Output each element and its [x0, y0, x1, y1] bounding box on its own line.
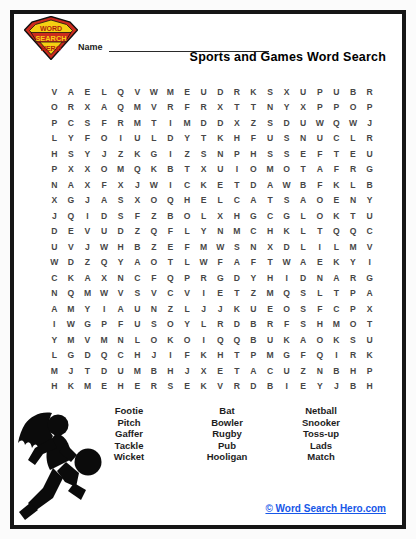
grid-cell: Z — [295, 363, 312, 379]
grid-cell: K — [146, 162, 163, 178]
grid-cell: K — [328, 177, 345, 193]
grid-cell: K — [63, 379, 80, 395]
grid-cell: Q — [328, 115, 345, 131]
grid-cell: K — [278, 332, 295, 348]
grid-cell: S — [79, 115, 96, 131]
grid-cell: W — [96, 239, 113, 255]
grid-cell: X — [79, 177, 96, 193]
grid-cell: G — [361, 162, 378, 178]
grid-cell: Y — [179, 317, 196, 333]
grid-cell: X — [212, 208, 229, 224]
grid-cell: F — [212, 255, 229, 271]
grid-cell: B — [245, 332, 262, 348]
grid-cell: O — [96, 162, 113, 178]
grid-cell: H — [112, 239, 129, 255]
grid-cell: G — [361, 270, 378, 286]
grid-cell: C — [262, 208, 279, 224]
grid-cell: L — [179, 255, 196, 271]
logo-text-search: SEARCH — [35, 34, 66, 43]
grid-cell: I — [96, 301, 113, 317]
grid-cell: I — [46, 317, 63, 333]
grid-cell: Q — [112, 100, 129, 116]
grid-cell: Z — [179, 146, 196, 162]
grid-cell: J — [328, 379, 345, 395]
grid-cell: S — [295, 301, 312, 317]
grid-cell: U — [245, 301, 262, 317]
grid-cell: A — [295, 332, 312, 348]
grid-cell: A — [96, 100, 113, 116]
grid-cell: Z — [79, 255, 96, 271]
grid-cell: M — [129, 363, 146, 379]
grid-cell: A — [112, 301, 129, 317]
grid-cell: J — [79, 193, 96, 209]
grid-cell: B — [146, 363, 163, 379]
grid-cell: G — [245, 208, 262, 224]
grid-cell: E — [179, 84, 196, 100]
grid-cell: I — [328, 348, 345, 364]
grid-cell: T — [146, 115, 163, 131]
grid-cell: A — [245, 193, 262, 209]
grid-cell: O — [96, 131, 113, 147]
grid-cell: T — [345, 208, 362, 224]
grid-cell: F — [162, 224, 179, 240]
grid-cell: P — [361, 100, 378, 116]
grid-cell: C — [179, 177, 196, 193]
grid-cell: E — [345, 146, 362, 162]
grid-cell: Q — [96, 348, 113, 364]
grid-cell: B — [262, 379, 279, 395]
grid-cell: O — [179, 208, 196, 224]
letter-grid: VAELQVWMEUDRKSXUPUBRORXAQMVRFRXTTNYXPPOP… — [46, 84, 378, 394]
grid-cell: V — [212, 379, 229, 395]
grid-cell: E — [96, 379, 113, 395]
grid-cell: M — [63, 332, 80, 348]
grid-cell: D — [96, 208, 113, 224]
grid-cell: J — [212, 301, 229, 317]
grid-cell: M — [46, 363, 63, 379]
grid-cell: W — [345, 115, 362, 131]
grid-cell: A — [295, 193, 312, 209]
grid-cell: Q — [63, 208, 80, 224]
grid-cell: C — [46, 270, 63, 286]
grid-cell: J — [146, 348, 163, 364]
grid-cell: P — [312, 84, 329, 100]
grid-cell: N — [312, 270, 329, 286]
grid-cell: O — [312, 208, 329, 224]
grid-cell: X — [278, 84, 295, 100]
grid-cell: S — [295, 317, 312, 333]
grid-cell: B — [345, 84, 362, 100]
grid-cell: Q — [328, 224, 345, 240]
grid-cell: G — [63, 193, 80, 209]
grid-cell: R — [195, 270, 212, 286]
grid-cell: U — [262, 131, 279, 147]
grid-cell: L — [46, 348, 63, 364]
grid-cell: H — [345, 363, 362, 379]
grid-cell: S — [278, 146, 295, 162]
grid-cell: C — [361, 224, 378, 240]
grid-cell: C — [328, 131, 345, 147]
grid-cell: U — [278, 363, 295, 379]
grid-cell: W — [278, 177, 295, 193]
grid-cell: F — [245, 131, 262, 147]
grid-cell: K — [63, 270, 80, 286]
grid-cell: D — [245, 379, 262, 395]
grid-cell: C — [328, 301, 345, 317]
grid-cell: S — [262, 146, 279, 162]
grid-cell: Q — [162, 193, 179, 209]
grid-cell: D — [63, 255, 80, 271]
grid-cell: U — [195, 84, 212, 100]
grid-cell: N — [262, 100, 279, 116]
grid-cell: Z — [245, 115, 262, 131]
grid-cell: W — [212, 239, 229, 255]
grid-cell: K — [195, 348, 212, 364]
grid-cell: O — [46, 100, 63, 116]
grid-cell: X — [112, 177, 129, 193]
grid-cell: L — [195, 208, 212, 224]
grid-cell: X — [195, 162, 212, 178]
grid-cell: L — [328, 239, 345, 255]
grid-cell: R — [162, 100, 179, 116]
grid-cell: V — [79, 224, 96, 240]
grid-cell: P — [345, 286, 362, 302]
grid-cell: T — [195, 131, 212, 147]
grid-cell: E — [212, 177, 229, 193]
grid-cell: O — [312, 332, 329, 348]
grid-cell: T — [245, 100, 262, 116]
grid-cell: S — [262, 84, 279, 100]
grid-cell: J — [46, 208, 63, 224]
grid-cell: T — [312, 224, 329, 240]
grid-cell: M — [129, 100, 146, 116]
grid-cell: L — [295, 224, 312, 240]
grid-cell: E — [179, 379, 196, 395]
grid-cell: M — [345, 239, 362, 255]
grid-cell: Y — [345, 255, 362, 271]
grid-cell: W — [96, 286, 113, 302]
grid-cell: R — [345, 348, 362, 364]
grid-cell: Y — [312, 379, 329, 395]
grid-cell: Q — [229, 332, 246, 348]
grid-cell: P — [96, 317, 113, 333]
grid-cell: U — [129, 317, 146, 333]
grid-cell: M — [162, 84, 179, 100]
grid-cell: H — [312, 317, 329, 333]
grid-cell: Z — [146, 239, 163, 255]
grid-cell: K — [195, 177, 212, 193]
grid-cell: F — [179, 239, 196, 255]
grid-cell: E — [195, 193, 212, 209]
grid-cell: U — [312, 131, 329, 147]
grid-cell: J — [195, 301, 212, 317]
grid-cell: F — [312, 146, 329, 162]
grid-cell: L — [195, 317, 212, 333]
grid-cell: T — [229, 363, 246, 379]
grid-cell: O — [146, 193, 163, 209]
grid-cell: I — [278, 270, 295, 286]
grid-cell: A — [229, 255, 246, 271]
grid-cell: Z — [112, 146, 129, 162]
grid-cell: T — [295, 162, 312, 178]
grid-cell: I — [278, 379, 295, 395]
grid-cell: H — [229, 208, 246, 224]
grid-cell: D — [112, 224, 129, 240]
grid-cell: F — [146, 270, 163, 286]
grid-cell: D — [278, 239, 295, 255]
grid-cell: K — [162, 332, 179, 348]
grid-cell: L — [345, 131, 362, 147]
grid-cell: P — [312, 100, 329, 116]
grid-cell: V — [63, 239, 80, 255]
grid-cell: A — [262, 177, 279, 193]
grid-cell: A — [63, 177, 80, 193]
grid-cell: A — [46, 301, 63, 317]
grid-cell: X — [195, 363, 212, 379]
grid-cell: O — [278, 162, 295, 178]
grid-cell: Z — [162, 301, 179, 317]
grid-cell: V — [146, 286, 163, 302]
word-item: Snooker — [266, 417, 376, 429]
grid-cell: Y — [361, 193, 378, 209]
grid-cell: H — [129, 348, 146, 364]
grid-cell: I — [162, 115, 179, 131]
grid-cell: F — [179, 100, 196, 116]
grid-cell: D — [245, 177, 262, 193]
grid-cell: W — [146, 177, 163, 193]
grid-cell: T — [262, 255, 279, 271]
grid-cell: T — [262, 193, 279, 209]
grid-cell: U — [96, 224, 113, 240]
grid-cell: L — [179, 224, 196, 240]
grid-cell: D — [212, 84, 229, 100]
grid-cell: S — [278, 131, 295, 147]
word-search-hero-logo-icon: WORD SEARCH HERO — [24, 16, 78, 60]
grid-cell: S — [295, 286, 312, 302]
grid-cell: G — [278, 208, 295, 224]
grid-cell: E — [212, 363, 229, 379]
grid-cell: O — [162, 317, 179, 333]
grid-cell: M — [96, 332, 113, 348]
grid-cell: A — [245, 363, 262, 379]
grid-cell: Y — [63, 131, 80, 147]
grid-cell: M — [262, 162, 279, 178]
grid-cell: H — [229, 131, 246, 147]
grid-cell: K — [328, 332, 345, 348]
grid-cell: K — [245, 84, 262, 100]
word-search-hero-link[interactable]: © Word Search Hero.com — [265, 503, 386, 514]
grid-cell: T — [162, 255, 179, 271]
grid-cell: E — [262, 301, 279, 317]
word-item: Netball — [266, 405, 376, 417]
grid-cell: X — [212, 100, 229, 116]
grid-cell: B — [129, 239, 146, 255]
grid-cell: O — [278, 301, 295, 317]
grid-cell: A — [96, 193, 113, 209]
grid-cell: F — [295, 348, 312, 364]
grid-cell: E — [162, 239, 179, 255]
grid-cell: W — [146, 84, 163, 100]
grid-cell: W — [195, 255, 212, 271]
grid-cell: X — [79, 162, 96, 178]
grid-cell: R — [112, 115, 129, 131]
grid-cell: V — [79, 332, 96, 348]
grid-cell: C — [229, 193, 246, 209]
grid-cell: G — [212, 270, 229, 286]
grid-cell: M — [179, 115, 196, 131]
grid-cell: K — [129, 146, 146, 162]
grid-cell: L — [345, 177, 362, 193]
grid-cell: T — [328, 146, 345, 162]
grid-cell: L — [212, 193, 229, 209]
word-item: Match — [266, 451, 376, 463]
grid-cell: N — [112, 270, 129, 286]
grid-cell: T — [229, 286, 246, 302]
grid-cell: B — [162, 208, 179, 224]
grid-cell: D — [46, 224, 63, 240]
grid-cell: J — [96, 146, 113, 162]
grid-cell: R — [229, 84, 246, 100]
grid-cell: P — [46, 115, 63, 131]
grid-cell: Y — [79, 301, 96, 317]
grid-cell: N — [212, 224, 229, 240]
grid-cell: E — [328, 193, 345, 209]
grid-cell: F — [112, 317, 129, 333]
grid-cell: X — [229, 115, 246, 131]
grid-cell: N — [245, 239, 262, 255]
grid-cell: H — [212, 348, 229, 364]
grid-cell: G — [278, 348, 295, 364]
grid-cell: I — [162, 348, 179, 364]
grid-cell: R — [361, 84, 378, 100]
grid-cell: U — [361, 146, 378, 162]
grid-cell: L — [46, 131, 63, 147]
grid-cell: I — [229, 162, 246, 178]
grid-cell: X — [79, 100, 96, 116]
grid-cell: J — [63, 363, 80, 379]
grid-cell: U — [361, 332, 378, 348]
grid-cell: T — [361, 317, 378, 333]
grid-cell: E — [129, 379, 146, 395]
grid-cell: Q — [96, 255, 113, 271]
grid-cell: U — [295, 84, 312, 100]
grid-cell: Y — [245, 270, 262, 286]
grid-cell: I — [162, 146, 179, 162]
grid-cell: T — [328, 286, 345, 302]
grid-cell: E — [295, 379, 312, 395]
grid-cell: P — [229, 146, 246, 162]
grid-cell: D — [96, 363, 113, 379]
grid-cell: H — [162, 363, 179, 379]
grid-cell: H — [245, 146, 262, 162]
grid-cell: R — [195, 100, 212, 116]
grid-cell: R — [345, 162, 362, 178]
grid-cell: S — [162, 379, 179, 395]
grid-cell: E — [212, 286, 229, 302]
grid-cell: P — [345, 301, 362, 317]
grid-cell: V — [146, 100, 163, 116]
grid-cell: Y — [79, 146, 96, 162]
grid-cell: U — [328, 84, 345, 100]
grid-cell: Y — [179, 131, 196, 147]
grid-cell: S — [195, 146, 212, 162]
grid-cell: N — [345, 193, 362, 209]
grid-cell: W — [278, 255, 295, 271]
grid-cell: N — [46, 286, 63, 302]
grid-cell: L — [146, 131, 163, 147]
grid-cell: N — [46, 177, 63, 193]
grid-cell: P — [361, 363, 378, 379]
grid-cell: I — [112, 131, 129, 147]
grid-cell: H — [361, 379, 378, 395]
grid-cell: M — [63, 301, 80, 317]
grid-cell: Q — [345, 224, 362, 240]
grid-cell: C — [262, 363, 279, 379]
grid-cell: I — [162, 177, 179, 193]
grid-cell: P — [179, 270, 196, 286]
grid-cell: S — [146, 317, 163, 333]
name-label: Name — [78, 42, 109, 52]
grid-cell: E — [63, 224, 80, 240]
grid-cell: H — [46, 379, 63, 395]
grid-cell: B — [345, 379, 362, 395]
grid-cell: H — [262, 224, 279, 240]
grid-cell: D — [162, 131, 179, 147]
grid-cell: O — [146, 332, 163, 348]
grid-cell: C — [245, 224, 262, 240]
grid-cell: U — [112, 363, 129, 379]
grid-cell: Q — [129, 162, 146, 178]
grid-cell: P — [328, 100, 345, 116]
grid-cell: O — [345, 317, 362, 333]
grid-cell: R — [361, 131, 378, 147]
grid-cell: K — [328, 208, 345, 224]
grid-cell: X — [129, 193, 146, 209]
grid-cell: F — [179, 348, 196, 364]
grid-cell: B — [328, 363, 345, 379]
grid-cell: A — [63, 84, 80, 100]
grid-cell: I — [195, 332, 212, 348]
grid-cell: V — [112, 286, 129, 302]
grid-cell: M — [79, 286, 96, 302]
grid-cell: O — [345, 100, 362, 116]
grid-cell: N — [312, 363, 329, 379]
grid-cell: Z — [129, 224, 146, 240]
grid-cell: M — [262, 286, 279, 302]
grid-cell: C — [112, 348, 129, 364]
grid-cell: U — [262, 332, 279, 348]
logo-text-word: WORD — [40, 25, 62, 32]
grid-cell: X — [361, 301, 378, 317]
grid-cell: K — [195, 379, 212, 395]
grid-cell: A — [328, 270, 345, 286]
word-list-3: NetballSnookerToss-upLadsMatch — [266, 405, 376, 463]
grid-cell: D — [229, 270, 246, 286]
grid-cell: M — [129, 115, 146, 131]
grid-cell: Y — [112, 255, 129, 271]
grid-cell: V — [46, 84, 63, 100]
grid-cell: Q — [212, 332, 229, 348]
word-item: Lads — [266, 440, 376, 452]
worksheet-frame: WORD SEARCH HERO Name Sports and Games W… — [10, 10, 406, 529]
grid-cell: K — [212, 131, 229, 147]
grid-cell: G — [63, 348, 80, 364]
grid-cell: B — [295, 177, 312, 193]
grid-cell: B — [361, 177, 378, 193]
grid-cell: S — [112, 208, 129, 224]
grid-cell: J — [179, 363, 196, 379]
grid-cell: F — [129, 208, 146, 224]
